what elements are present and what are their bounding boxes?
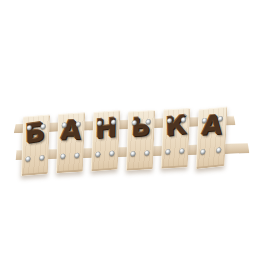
- carved-letter: Ь: [127, 113, 156, 143]
- sign-assembly: Б А Н Ь: [0, 0, 269, 269]
- screw: [130, 151, 135, 156]
- screw: [95, 152, 100, 157]
- carved-letter: Н: [92, 113, 119, 146]
- letter-tile-3: Н: [91, 110, 121, 171]
- screw: [179, 148, 184, 153]
- letter-tile-1: Б: [21, 114, 50, 176]
- screw: [109, 151, 114, 156]
- letter-tile-2: А: [56, 112, 85, 173]
- carved-letter: Б: [21, 117, 48, 151]
- screw: [216, 147, 221, 153]
- screw: [165, 149, 170, 154]
- screw: [39, 155, 44, 160]
- screw: [60, 154, 65, 159]
- letter-tile-6: А: [196, 106, 228, 169]
- carved-letter: А: [56, 116, 85, 147]
- product-photo: Б А Н Ь: [0, 0, 269, 269]
- letter-tile-4: Ь: [126, 110, 155, 171]
- screw: [74, 153, 79, 158]
- letter-tile-row: Б А Н Ь: [21, 108, 227, 173]
- screw: [25, 156, 30, 161]
- carved-letter: К: [162, 110, 190, 143]
- screw: [200, 149, 205, 155]
- letter-tile-5: К: [161, 108, 191, 169]
- carved-letter: А: [196, 110, 228, 142]
- screw: [144, 150, 149, 155]
